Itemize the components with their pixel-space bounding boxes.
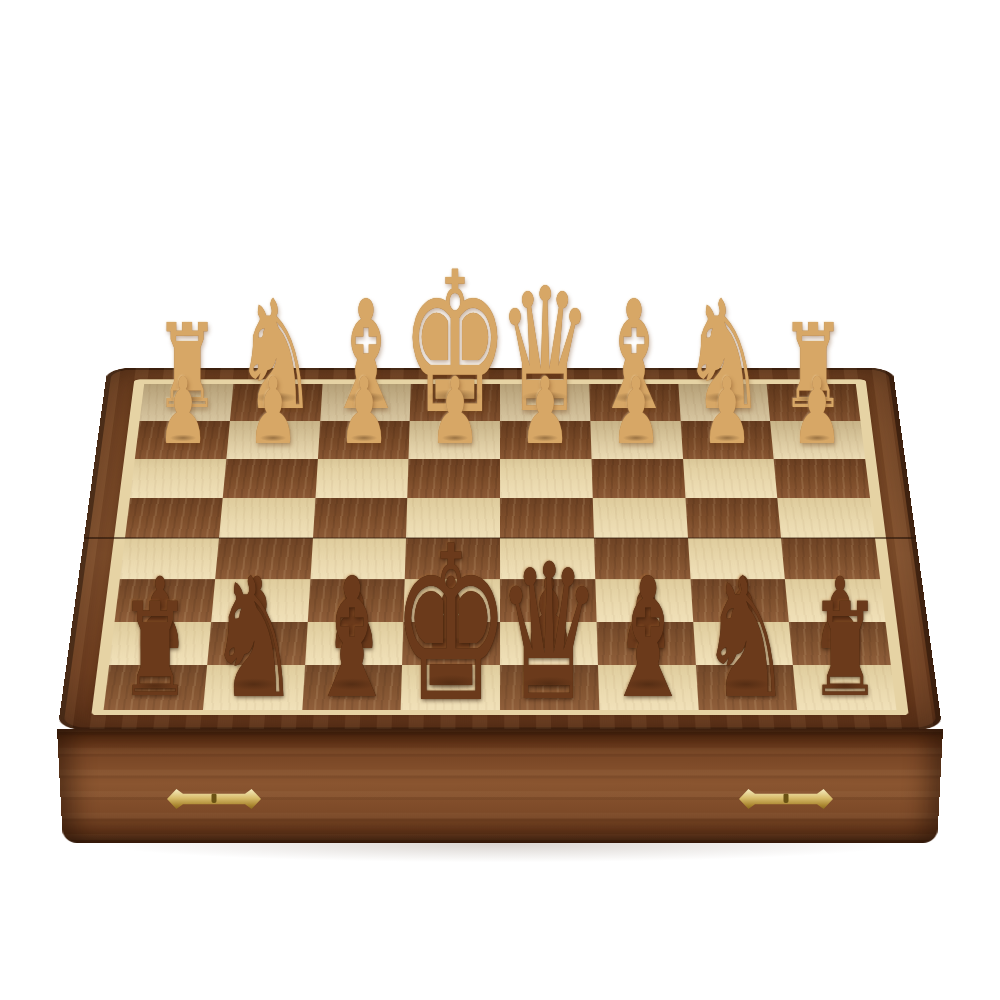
board-grid [104, 384, 897, 710]
square[interactable] [500, 498, 594, 538]
square[interactable] [203, 665, 305, 710]
square[interactable] [688, 538, 786, 579]
square[interactable] [404, 579, 500, 621]
square[interactable] [500, 421, 591, 459]
square[interactable] [310, 538, 406, 579]
square[interactable] [590, 421, 682, 459]
square[interactable] [678, 384, 770, 421]
chess-board [57, 368, 942, 730]
clasp-keyhole-icon [212, 793, 217, 803]
square[interactable] [593, 498, 688, 538]
square[interactable] [683, 459, 778, 498]
square[interactable] [401, 665, 500, 710]
product-photo-stage: ♜♞♝♛♚♝♞♜♟♟♟♟♟♟♟♟♟♟♟♟♟♟♟♟♜♞♝♛♚♝♞♜ [0, 0, 1000, 1000]
square[interactable] [500, 384, 590, 421]
square[interactable] [125, 498, 222, 538]
square[interactable] [315, 459, 409, 498]
square[interactable] [596, 622, 695, 666]
square[interactable] [500, 622, 598, 666]
square[interactable] [594, 538, 690, 579]
square[interactable] [305, 622, 404, 666]
square[interactable] [222, 459, 317, 498]
square[interactable] [406, 498, 500, 538]
square[interactable] [402, 622, 500, 666]
square[interactable] [680, 421, 774, 459]
square[interactable] [781, 538, 880, 579]
square[interactable] [500, 538, 595, 579]
square[interactable] [409, 421, 500, 459]
square[interactable] [115, 579, 215, 621]
square[interactable] [130, 459, 226, 498]
square[interactable] [410, 384, 500, 421]
square[interactable] [793, 665, 896, 710]
square[interactable] [785, 579, 885, 621]
box-front-face [57, 729, 943, 843]
square[interactable] [215, 538, 313, 579]
square[interactable] [226, 421, 320, 459]
square[interactable] [313, 498, 408, 538]
square[interactable] [104, 665, 207, 710]
square[interactable] [591, 459, 685, 498]
square[interactable] [211, 579, 310, 621]
fold-seam [84, 537, 916, 539]
square[interactable] [109, 622, 211, 666]
square[interactable] [767, 384, 861, 421]
square[interactable] [589, 384, 680, 421]
square[interactable] [693, 622, 793, 666]
square[interactable] [405, 538, 500, 579]
square[interactable] [120, 538, 219, 579]
square[interactable] [207, 622, 307, 666]
square[interactable] [690, 579, 789, 621]
square[interactable] [140, 384, 234, 421]
square[interactable] [317, 421, 409, 459]
square[interactable] [219, 498, 315, 538]
square[interactable] [307, 579, 405, 621]
square[interactable] [230, 384, 322, 421]
square[interactable] [595, 579, 693, 621]
square[interactable] [774, 459, 870, 498]
clasp-keyhole-icon [784, 793, 789, 803]
square[interactable] [302, 665, 402, 710]
square[interactable] [407, 459, 500, 498]
square[interactable] [685, 498, 781, 538]
square[interactable] [500, 665, 599, 710]
square[interactable] [695, 665, 797, 710]
square[interactable] [135, 421, 230, 459]
square[interactable] [598, 665, 698, 710]
square[interactable] [320, 384, 411, 421]
square[interactable] [500, 579, 596, 621]
square[interactable] [500, 459, 593, 498]
square[interactable] [770, 421, 865, 459]
square[interactable] [789, 622, 891, 666]
square[interactable] [778, 498, 875, 538]
